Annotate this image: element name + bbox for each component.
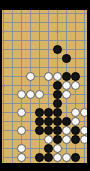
star-point bbox=[56, 30, 59, 33]
white-stone bbox=[26, 72, 35, 81]
white-stone bbox=[17, 108, 26, 117]
black-stone bbox=[35, 153, 44, 162]
black-stone bbox=[53, 99, 62, 108]
white-stone bbox=[80, 108, 87, 117]
white-stone bbox=[44, 135, 53, 144]
white-stone bbox=[17, 90, 26, 99]
white-stone bbox=[62, 135, 71, 144]
white-stone bbox=[62, 153, 71, 162]
black-stone bbox=[53, 135, 62, 144]
white-stone bbox=[80, 135, 87, 144]
white-stone bbox=[62, 90, 71, 99]
black-stone bbox=[44, 108, 53, 117]
grid-line-vertical bbox=[39, 10, 40, 163]
black-stone bbox=[62, 54, 71, 63]
grid-line-horizontal bbox=[2, 94, 87, 95]
grid-line-vertical bbox=[21, 10, 22, 163]
white-stone bbox=[71, 81, 80, 90]
white-stone bbox=[17, 144, 26, 153]
grid-line-horizontal bbox=[2, 31, 87, 32]
white-stone bbox=[53, 72, 62, 81]
black-stone bbox=[71, 126, 80, 135]
grid-line-horizontal bbox=[2, 67, 87, 68]
white-stone bbox=[35, 90, 44, 99]
black-stone bbox=[53, 117, 62, 126]
black-stone bbox=[71, 72, 80, 81]
white-stone bbox=[44, 72, 53, 81]
grid-line-horizontal bbox=[2, 58, 87, 59]
black-stone bbox=[44, 126, 53, 135]
black-stone bbox=[71, 153, 80, 162]
black-stone bbox=[44, 144, 53, 153]
black-stone bbox=[53, 45, 62, 54]
white-stone bbox=[53, 153, 62, 162]
app-frame bbox=[0, 0, 90, 171]
grid-line-horizontal bbox=[2, 103, 87, 104]
grid-line-vertical bbox=[12, 10, 13, 163]
black-stone bbox=[53, 81, 62, 90]
black-stone bbox=[35, 108, 44, 117]
white-stone bbox=[17, 126, 26, 135]
black-stone bbox=[35, 126, 44, 135]
white-stone bbox=[62, 126, 71, 135]
white-stone bbox=[26, 90, 35, 99]
white-stone bbox=[71, 108, 80, 117]
black-stone bbox=[53, 108, 62, 117]
grid-line-horizontal bbox=[2, 13, 87, 14]
white-stone bbox=[17, 153, 26, 162]
white-stone bbox=[80, 126, 87, 135]
star-point bbox=[2, 84, 5, 87]
white-stone bbox=[71, 117, 80, 126]
grid-line-horizontal bbox=[2, 22, 87, 23]
star-point bbox=[2, 30, 5, 33]
white-stone bbox=[62, 81, 71, 90]
black-stone bbox=[53, 126, 62, 135]
grid-line-horizontal bbox=[2, 40, 87, 41]
grid-line-vertical bbox=[30, 10, 31, 163]
black-stone bbox=[62, 117, 71, 126]
go-board[interactable] bbox=[2, 10, 87, 163]
grid-line-horizontal bbox=[2, 49, 87, 50]
black-stone bbox=[35, 117, 44, 126]
black-stone bbox=[71, 135, 80, 144]
white-stone bbox=[53, 144, 62, 153]
black-stone bbox=[62, 72, 71, 81]
black-stone bbox=[53, 90, 62, 99]
black-stone bbox=[44, 153, 53, 162]
black-stone bbox=[44, 117, 53, 126]
